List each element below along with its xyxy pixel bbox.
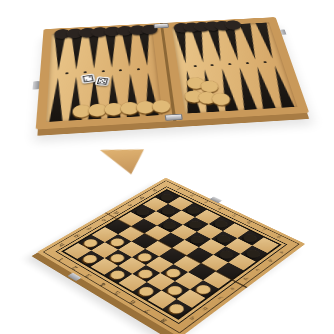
light-backgammon-checker[interactable]: ●: [208, 90, 234, 107]
checkers-grid: ●●●●●●●●●●●●●●●●●●●●●●●●: [61, 189, 281, 320]
backgammon-half-right: ●●●●●●●●●●●: [160, 17, 310, 121]
point-tip-dot: [193, 65, 196, 67]
point-tip-dot: [228, 63, 231, 65]
case-clasp-left: [33, 81, 40, 90]
point-bottom-1-left[interactable]: [46, 77, 67, 122]
point-tip-dot: [102, 70, 105, 72]
die-5[interactable]: ⚄: [95, 76, 111, 86]
point-tip-dot: [137, 68, 140, 70]
metal-hinge-top: [154, 23, 169, 28]
backgammon-board: ●●●●●●●●●●●●●●⚁⚄●●●●●●●●●●●: [36, 17, 310, 129]
point-tip-dot: [66, 72, 69, 74]
point-tip-dot: [263, 61, 267, 63]
backgammon-open-case: ●●●●●●●●●●●●●●⚁⚄●●●●●●●●●●●: [36, 17, 310, 129]
case-front-corner: [100, 146, 146, 177]
point-tip-dot: [119, 69, 122, 71]
case-latch-right: [280, 29, 286, 34]
point-tip-dot: [211, 64, 214, 66]
checkers-board: ●●●●●●●●●●●●●●●●●●●●●●●● abcdefgh abcdef…: [37, 178, 305, 334]
die-2[interactable]: ⚁: [81, 73, 96, 83]
backgammon-half-left: ●●●●●●●●●●●●●●⚁⚄: [36, 23, 173, 129]
playing-field-right: ●●●●●●●●●●●: [171, 22, 297, 113]
product-photo-scene: ●●●●●●●●●●●●●●⚁⚄●●●●●●●●●●● ●●●●●●●●●●●●…: [0, 0, 334, 334]
light-backgammon-checker[interactable]: ●: [149, 97, 174, 114]
playing-field-left: ●●●●●●●●●●●●●●⚁⚄: [46, 29, 162, 122]
metal-hinge-bottom: [165, 114, 183, 121]
dark-backgammon-checker[interactable]: ●: [221, 18, 244, 31]
point-tip-dot: [246, 62, 249, 64]
